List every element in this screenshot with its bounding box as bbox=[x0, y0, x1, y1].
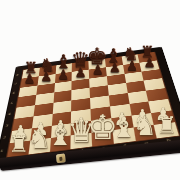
white-rook-h1[interactable]: ♜ bbox=[156, 113, 177, 136]
rank-label-2: 2 bbox=[3, 136, 7, 140]
rank-label-6: 6 bbox=[12, 92, 15, 95]
black-pawn-e7[interactable]: ♟ bbox=[92, 63, 104, 76]
rank-label-7: 7 bbox=[14, 82, 17, 85]
black-pawn-d7[interactable]: ♟ bbox=[74, 66, 86, 79]
brass-clasp-icon bbox=[56, 154, 66, 164]
rank-label-1: 1 bbox=[0, 149, 4, 153]
black-pawn-h7[interactable]: ♟ bbox=[143, 56, 155, 69]
black-pawn-a7[interactable]: ♟ bbox=[23, 72, 35, 85]
rank-label-4: 4 bbox=[8, 112, 11, 115]
black-pawn-c7[interactable]: ♟ bbox=[57, 68, 69, 81]
rank-label-8: 8 bbox=[16, 74, 19, 77]
chess-set-photo: abcdefgh 87654321 ♜♞♝♛♚♝♞♜♟♟♟♟♟♟♟♟♟♟♟♟♟♟… bbox=[0, 0, 180, 180]
white-rook-a1[interactable]: ♜ bbox=[8, 132, 29, 155]
black-pawn-g7[interactable]: ♟ bbox=[126, 59, 138, 72]
black-pawn-b7[interactable]: ♟ bbox=[40, 70, 52, 83]
rank-label-5: 5 bbox=[10, 102, 13, 105]
white-knight-g1[interactable]: ♞ bbox=[133, 113, 157, 140]
black-pawn-f7[interactable]: ♟ bbox=[109, 61, 121, 74]
rank-label-3: 3 bbox=[5, 124, 9, 128]
